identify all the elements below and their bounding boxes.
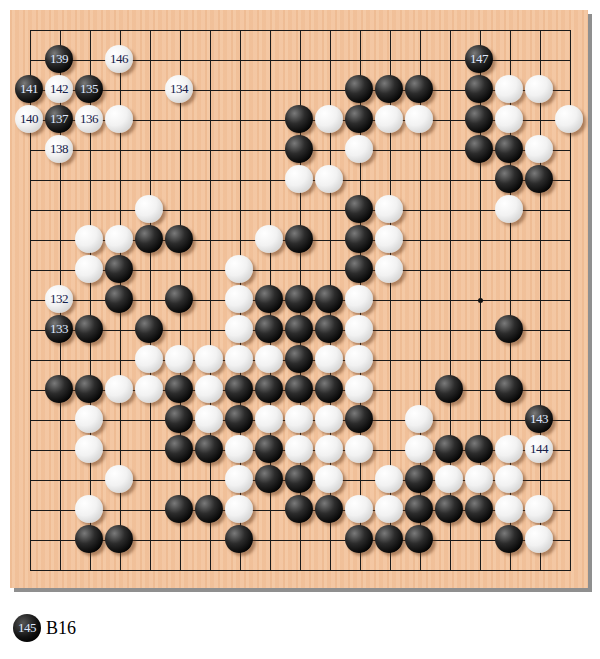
board-cell[interactable] — [315, 75, 345, 105]
board-cell[interactable] — [345, 105, 375, 135]
board-cell[interactable] — [75, 495, 105, 525]
board-cell[interactable] — [405, 525, 435, 555]
board-cell[interactable] — [225, 75, 255, 105]
board-cell[interactable] — [495, 75, 525, 105]
board-cell[interactable]: 146 — [105, 45, 135, 75]
board-cell[interactable] — [75, 225, 105, 255]
board-cell[interactable] — [135, 465, 165, 495]
board-cell[interactable]: 134 — [165, 75, 195, 105]
board-cell[interactable] — [45, 495, 75, 525]
board-cell[interactable] — [375, 105, 405, 135]
board-cell[interactable] — [435, 165, 465, 195]
board-cell[interactable] — [225, 465, 255, 495]
board-cell[interactable] — [435, 405, 465, 435]
board-cell[interactable] — [315, 45, 345, 75]
board-cell[interactable] — [105, 165, 135, 195]
board-cell[interactable] — [15, 465, 45, 495]
board-cell[interactable] — [195, 285, 225, 315]
board-cell[interactable] — [105, 135, 135, 165]
board-cell[interactable] — [105, 435, 135, 465]
board-cell[interactable] — [255, 255, 285, 285]
board-cell[interactable] — [15, 375, 45, 405]
board-cell[interactable] — [465, 375, 495, 405]
board-cell[interactable] — [75, 345, 105, 375]
board-cell[interactable]: 144 — [525, 435, 555, 465]
board-cell[interactable] — [165, 195, 195, 225]
board-cell[interactable] — [225, 435, 255, 465]
board-cell[interactable] — [255, 435, 285, 465]
board-cell[interactable] — [75, 135, 105, 165]
board-cell[interactable] — [555, 375, 585, 405]
board-cell[interactable] — [435, 495, 465, 525]
board-cell[interactable] — [495, 225, 525, 255]
board-cell[interactable] — [75, 165, 105, 195]
board-cell[interactable] — [435, 435, 465, 465]
board-cell[interactable] — [465, 75, 495, 105]
board-cell[interactable] — [225, 45, 255, 75]
board-cell[interactable] — [165, 105, 195, 135]
board-cell[interactable] — [375, 435, 405, 465]
board-cell[interactable] — [525, 135, 555, 165]
board-cell[interactable] — [495, 525, 525, 555]
board-cell[interactable] — [15, 195, 45, 225]
board-cell[interactable] — [285, 495, 315, 525]
board-cell[interactable] — [225, 405, 255, 435]
board-cell[interactable] — [285, 435, 315, 465]
board-cell[interactable] — [495, 465, 525, 495]
board-cell[interactable] — [45, 555, 75, 585]
board-cell[interactable] — [525, 375, 555, 405]
board-cell[interactable] — [75, 255, 105, 285]
board-cell[interactable] — [375, 315, 405, 345]
board-cell[interactable] — [135, 375, 165, 405]
board-cell[interactable] — [255, 315, 285, 345]
board-cell[interactable] — [315, 345, 345, 375]
board-cell[interactable] — [255, 285, 285, 315]
board-cell[interactable] — [405, 345, 435, 375]
board-cell[interactable] — [255, 45, 285, 75]
board-cell[interactable] — [315, 465, 345, 495]
board-cell[interactable] — [285, 105, 315, 135]
board-cell[interactable] — [225, 195, 255, 225]
board-cell[interactable] — [105, 375, 135, 405]
board-cell[interactable] — [45, 345, 75, 375]
board-cell[interactable] — [465, 465, 495, 495]
board-cell[interactable] — [405, 405, 435, 435]
board-cell[interactable] — [165, 165, 195, 195]
board-cell[interactable] — [285, 75, 315, 105]
board-cell[interactable] — [345, 495, 375, 525]
board-cell[interactable] — [345, 375, 375, 405]
board-cell[interactable] — [45, 375, 75, 405]
board-cell[interactable] — [45, 225, 75, 255]
board-cell[interactable] — [405, 195, 435, 225]
board-cell[interactable] — [105, 465, 135, 495]
board-cell[interactable] — [555, 285, 585, 315]
board-cell[interactable] — [105, 255, 135, 285]
board-cell[interactable] — [495, 495, 525, 525]
board-cell[interactable] — [375, 45, 405, 75]
board-cell[interactable] — [165, 405, 195, 435]
board-cell[interactable] — [405, 285, 435, 315]
board-cell[interactable] — [225, 495, 255, 525]
board-cell[interactable] — [315, 555, 345, 585]
board-cell[interactable] — [495, 285, 525, 315]
board-cell[interactable] — [465, 165, 495, 195]
board-cell[interactable] — [75, 405, 105, 435]
board-cell[interactable] — [465, 405, 495, 435]
board-cell[interactable] — [405, 255, 435, 285]
board-cell[interactable] — [555, 105, 585, 135]
board-cell[interactable] — [435, 135, 465, 165]
board-cell[interactable] — [375, 465, 405, 495]
board-cell[interactable] — [285, 315, 315, 345]
board-cell[interactable] — [135, 195, 165, 225]
board-cell[interactable] — [45, 405, 75, 435]
board-cell[interactable] — [405, 315, 435, 345]
board-cell[interactable] — [555, 465, 585, 495]
board-cell[interactable] — [195, 75, 225, 105]
board-cell[interactable] — [105, 225, 135, 255]
board-cell[interactable] — [135, 15, 165, 45]
board-cell[interactable] — [525, 345, 555, 375]
board-cell[interactable] — [135, 135, 165, 165]
board-cell[interactable]: 142 — [45, 75, 75, 105]
board-cell[interactable] — [285, 45, 315, 75]
board-cell[interactable] — [255, 165, 285, 195]
board-cell[interactable] — [15, 345, 45, 375]
board-cell[interactable] — [315, 495, 345, 525]
board-cell[interactable] — [135, 495, 165, 525]
board-cell[interactable] — [165, 315, 195, 345]
board-cell[interactable] — [15, 315, 45, 345]
board-cell[interactable] — [315, 375, 345, 405]
board-cell[interactable] — [525, 45, 555, 75]
board-cell[interactable] — [345, 75, 375, 105]
board-cell[interactable] — [285, 285, 315, 315]
board-cell[interactable] — [195, 135, 225, 165]
board-cell[interactable] — [75, 15, 105, 45]
board-cell[interactable] — [45, 255, 75, 285]
board-cell[interactable] — [165, 375, 195, 405]
board-cell[interactable] — [105, 495, 135, 525]
board-cell[interactable] — [75, 315, 105, 345]
board-cell[interactable] — [105, 315, 135, 345]
board-cell[interactable] — [75, 195, 105, 225]
board-cell[interactable] — [255, 375, 285, 405]
board-cell[interactable] — [405, 135, 435, 165]
board-cell[interactable] — [285, 555, 315, 585]
board-cell[interactable] — [315, 15, 345, 45]
board-cell[interactable] — [285, 255, 315, 285]
board-cell[interactable]: 137 — [45, 105, 75, 135]
board-cell[interactable] — [285, 135, 315, 165]
board-cell[interactable] — [165, 555, 195, 585]
board-cell[interactable] — [225, 315, 255, 345]
board-cell[interactable] — [495, 15, 525, 45]
board-cell[interactable] — [435, 345, 465, 375]
board-cell[interactable] — [555, 45, 585, 75]
board-cell[interactable] — [495, 315, 525, 345]
board-cell[interactable] — [225, 225, 255, 255]
board-cell[interactable] — [315, 105, 345, 135]
board-cell[interactable] — [375, 345, 405, 375]
board-cell[interactable] — [225, 135, 255, 165]
board-cell[interactable] — [315, 315, 345, 345]
board-cell[interactable] — [555, 135, 585, 165]
board-cell[interactable] — [375, 255, 405, 285]
board-cell[interactable] — [15, 225, 45, 255]
board-cell[interactable] — [105, 525, 135, 555]
board-cell[interactable] — [315, 435, 345, 465]
board-cell[interactable] — [285, 165, 315, 195]
board-cell[interactable] — [225, 165, 255, 195]
board-cell[interactable] — [255, 75, 285, 105]
board-cell[interactable] — [345, 555, 375, 585]
board-cell[interactable] — [555, 255, 585, 285]
board-cell[interactable] — [15, 555, 45, 585]
board-cell[interactable] — [525, 555, 555, 585]
board-cell[interactable] — [135, 45, 165, 75]
board-cell[interactable] — [555, 405, 585, 435]
board-cell[interactable] — [75, 555, 105, 585]
board-cell[interactable] — [405, 165, 435, 195]
board-cell[interactable] — [255, 135, 285, 165]
board-cell[interactable] — [555, 75, 585, 105]
board-cell[interactable] — [345, 435, 375, 465]
board-cell[interactable] — [435, 315, 465, 345]
board-cell[interactable] — [225, 525, 255, 555]
board-cell[interactable] — [555, 165, 585, 195]
board-cell[interactable] — [375, 225, 405, 255]
board-cell[interactable] — [465, 435, 495, 465]
board-cell[interactable] — [165, 45, 195, 75]
board-cell[interactable] — [345, 165, 375, 195]
board-cell[interactable] — [135, 285, 165, 315]
board-cell[interactable] — [135, 315, 165, 345]
board-cell[interactable] — [195, 465, 225, 495]
board-cell[interactable] — [195, 555, 225, 585]
board-cell[interactable] — [525, 315, 555, 345]
board-cell[interactable] — [15, 255, 45, 285]
board-cell[interactable] — [285, 375, 315, 405]
board-cell[interactable] — [255, 405, 285, 435]
board-cell[interactable] — [345, 45, 375, 75]
board-cell[interactable] — [165, 495, 195, 525]
board-cell[interactable]: 143 — [525, 405, 555, 435]
board-cell[interactable] — [225, 15, 255, 45]
board-cell[interactable] — [465, 225, 495, 255]
board-cell[interactable] — [345, 345, 375, 375]
board-cell[interactable] — [315, 135, 345, 165]
board-cell[interactable] — [435, 285, 465, 315]
board-cell[interactable] — [525, 225, 555, 255]
board-cell[interactable] — [255, 195, 285, 225]
board-cell[interactable] — [165, 255, 195, 285]
board-cell[interactable] — [255, 525, 285, 555]
board-cell[interactable] — [135, 75, 165, 105]
board-cell[interactable] — [105, 15, 135, 45]
board-cell[interactable] — [165, 345, 195, 375]
board-cell[interactable] — [225, 345, 255, 375]
board-cell[interactable] — [525, 495, 555, 525]
board-cell[interactable] — [195, 255, 225, 285]
board-cell[interactable] — [495, 165, 525, 195]
board-cell[interactable] — [435, 105, 465, 135]
board-cell[interactable] — [345, 135, 375, 165]
board-cell[interactable] — [135, 225, 165, 255]
board-cell[interactable] — [465, 345, 495, 375]
board-cell[interactable] — [435, 555, 465, 585]
board-cell[interactable] — [165, 225, 195, 255]
board-cell[interactable] — [465, 15, 495, 45]
board-cell[interactable] — [195, 195, 225, 225]
board-cell[interactable] — [405, 495, 435, 525]
board-cell[interactable] — [555, 525, 585, 555]
board-cell[interactable] — [345, 285, 375, 315]
board-cell[interactable] — [45, 435, 75, 465]
board-cell[interactable] — [345, 315, 375, 345]
board-cell[interactable] — [465, 135, 495, 165]
board-cell[interactable] — [495, 435, 525, 465]
board-cell[interactable] — [165, 435, 195, 465]
board-cell[interactable] — [375, 195, 405, 225]
board-cell[interactable] — [345, 195, 375, 225]
board-cell[interactable] — [345, 405, 375, 435]
board-cell[interactable] — [45, 195, 75, 225]
board-cell[interactable] — [555, 225, 585, 255]
board-cell[interactable] — [285, 465, 315, 495]
board-cell[interactable] — [375, 75, 405, 105]
board-cell[interactable] — [75, 375, 105, 405]
board-cell[interactable] — [105, 345, 135, 375]
board-cell[interactable] — [285, 195, 315, 225]
board-cell[interactable] — [195, 105, 225, 135]
board-cell[interactable] — [435, 195, 465, 225]
board-cell[interactable] — [255, 225, 285, 255]
board-cell[interactable] — [195, 225, 225, 255]
board-cell[interactable] — [15, 285, 45, 315]
board-cell[interactable] — [525, 525, 555, 555]
board-cell[interactable] — [105, 555, 135, 585]
board-cell[interactable] — [525, 105, 555, 135]
board-cell[interactable] — [195, 495, 225, 525]
board-cell[interactable] — [435, 225, 465, 255]
board-cell[interactable] — [495, 135, 525, 165]
board-cell[interactable] — [375, 405, 405, 435]
board-cell[interactable]: 132 — [45, 285, 75, 315]
board-cell[interactable]: 140 — [15, 105, 45, 135]
board-cell[interactable] — [135, 105, 165, 135]
board-cell[interactable] — [345, 255, 375, 285]
board-cell[interactable] — [495, 375, 525, 405]
board-cell[interactable] — [15, 15, 45, 45]
board-cell[interactable] — [465, 315, 495, 345]
board-cell[interactable] — [495, 405, 525, 435]
board-cell[interactable] — [525, 165, 555, 195]
board-cell[interactable] — [315, 255, 345, 285]
board-cell[interactable] — [525, 285, 555, 315]
board-cell[interactable] — [195, 315, 225, 345]
board-cell[interactable] — [165, 465, 195, 495]
board-cell[interactable] — [135, 555, 165, 585]
board-cell[interactable] — [105, 195, 135, 225]
board-cell[interactable] — [105, 105, 135, 135]
board-cell[interactable]: 136 — [75, 105, 105, 135]
board-cell[interactable] — [465, 195, 495, 225]
board-cell[interactable] — [45, 465, 75, 495]
board-cell[interactable] — [435, 255, 465, 285]
board-cell[interactable] — [75, 465, 105, 495]
board-cell[interactable] — [135, 435, 165, 465]
board-cell[interactable] — [45, 15, 75, 45]
board-cell[interactable] — [525, 195, 555, 225]
board-cell[interactable] — [285, 345, 315, 375]
board-cell[interactable] — [375, 375, 405, 405]
board-cell[interactable] — [15, 495, 45, 525]
board-cell[interactable] — [405, 45, 435, 75]
board-cell[interactable] — [15, 405, 45, 435]
board-cell[interactable] — [435, 525, 465, 555]
board-cell[interactable] — [15, 165, 45, 195]
board-cell[interactable] — [495, 195, 525, 225]
board-cell[interactable] — [285, 15, 315, 45]
board-cell[interactable] — [405, 435, 435, 465]
board-cell[interactable] — [105, 75, 135, 105]
board-cell[interactable] — [315, 405, 345, 435]
board-cell[interactable] — [15, 435, 45, 465]
board-cell[interactable] — [255, 15, 285, 45]
board-cell[interactable] — [435, 45, 465, 75]
board-cell[interactable] — [195, 15, 225, 45]
board-cell[interactable] — [375, 285, 405, 315]
board-cell[interactable] — [225, 555, 255, 585]
board-cell[interactable] — [315, 195, 345, 225]
board-cell[interactable] — [555, 435, 585, 465]
board-cell[interactable] — [75, 285, 105, 315]
board-cell[interactable] — [195, 165, 225, 195]
board-cell[interactable] — [345, 225, 375, 255]
board-cell[interactable] — [45, 165, 75, 195]
board-cell[interactable] — [255, 495, 285, 525]
board-cell[interactable] — [105, 285, 135, 315]
board-cell[interactable] — [45, 525, 75, 555]
board-cell[interactable] — [435, 75, 465, 105]
board-cell[interactable] — [225, 375, 255, 405]
board-cell[interactable] — [165, 15, 195, 45]
board-cell[interactable] — [375, 525, 405, 555]
board-cell[interactable] — [135, 345, 165, 375]
board-cell[interactable] — [525, 15, 555, 45]
board-cell[interactable] — [315, 525, 345, 555]
board-cell[interactable] — [195, 525, 225, 555]
board-cell[interactable] — [465, 495, 495, 525]
board-cell[interactable]: 135 — [75, 75, 105, 105]
board-cell[interactable] — [495, 45, 525, 75]
board-cell[interactable] — [405, 75, 435, 105]
board-cell[interactable] — [375, 495, 405, 525]
board-cell[interactable] — [225, 105, 255, 135]
board-cell[interactable]: 147 — [465, 45, 495, 75]
board-cell[interactable] — [375, 555, 405, 585]
board-cell[interactable] — [465, 285, 495, 315]
board-cell[interactable] — [225, 255, 255, 285]
board-cell[interactable] — [15, 135, 45, 165]
board-cell[interactable] — [15, 45, 45, 75]
board-cell[interactable] — [495, 105, 525, 135]
board-cell[interactable] — [555, 495, 585, 525]
board-cell[interactable] — [555, 315, 585, 345]
